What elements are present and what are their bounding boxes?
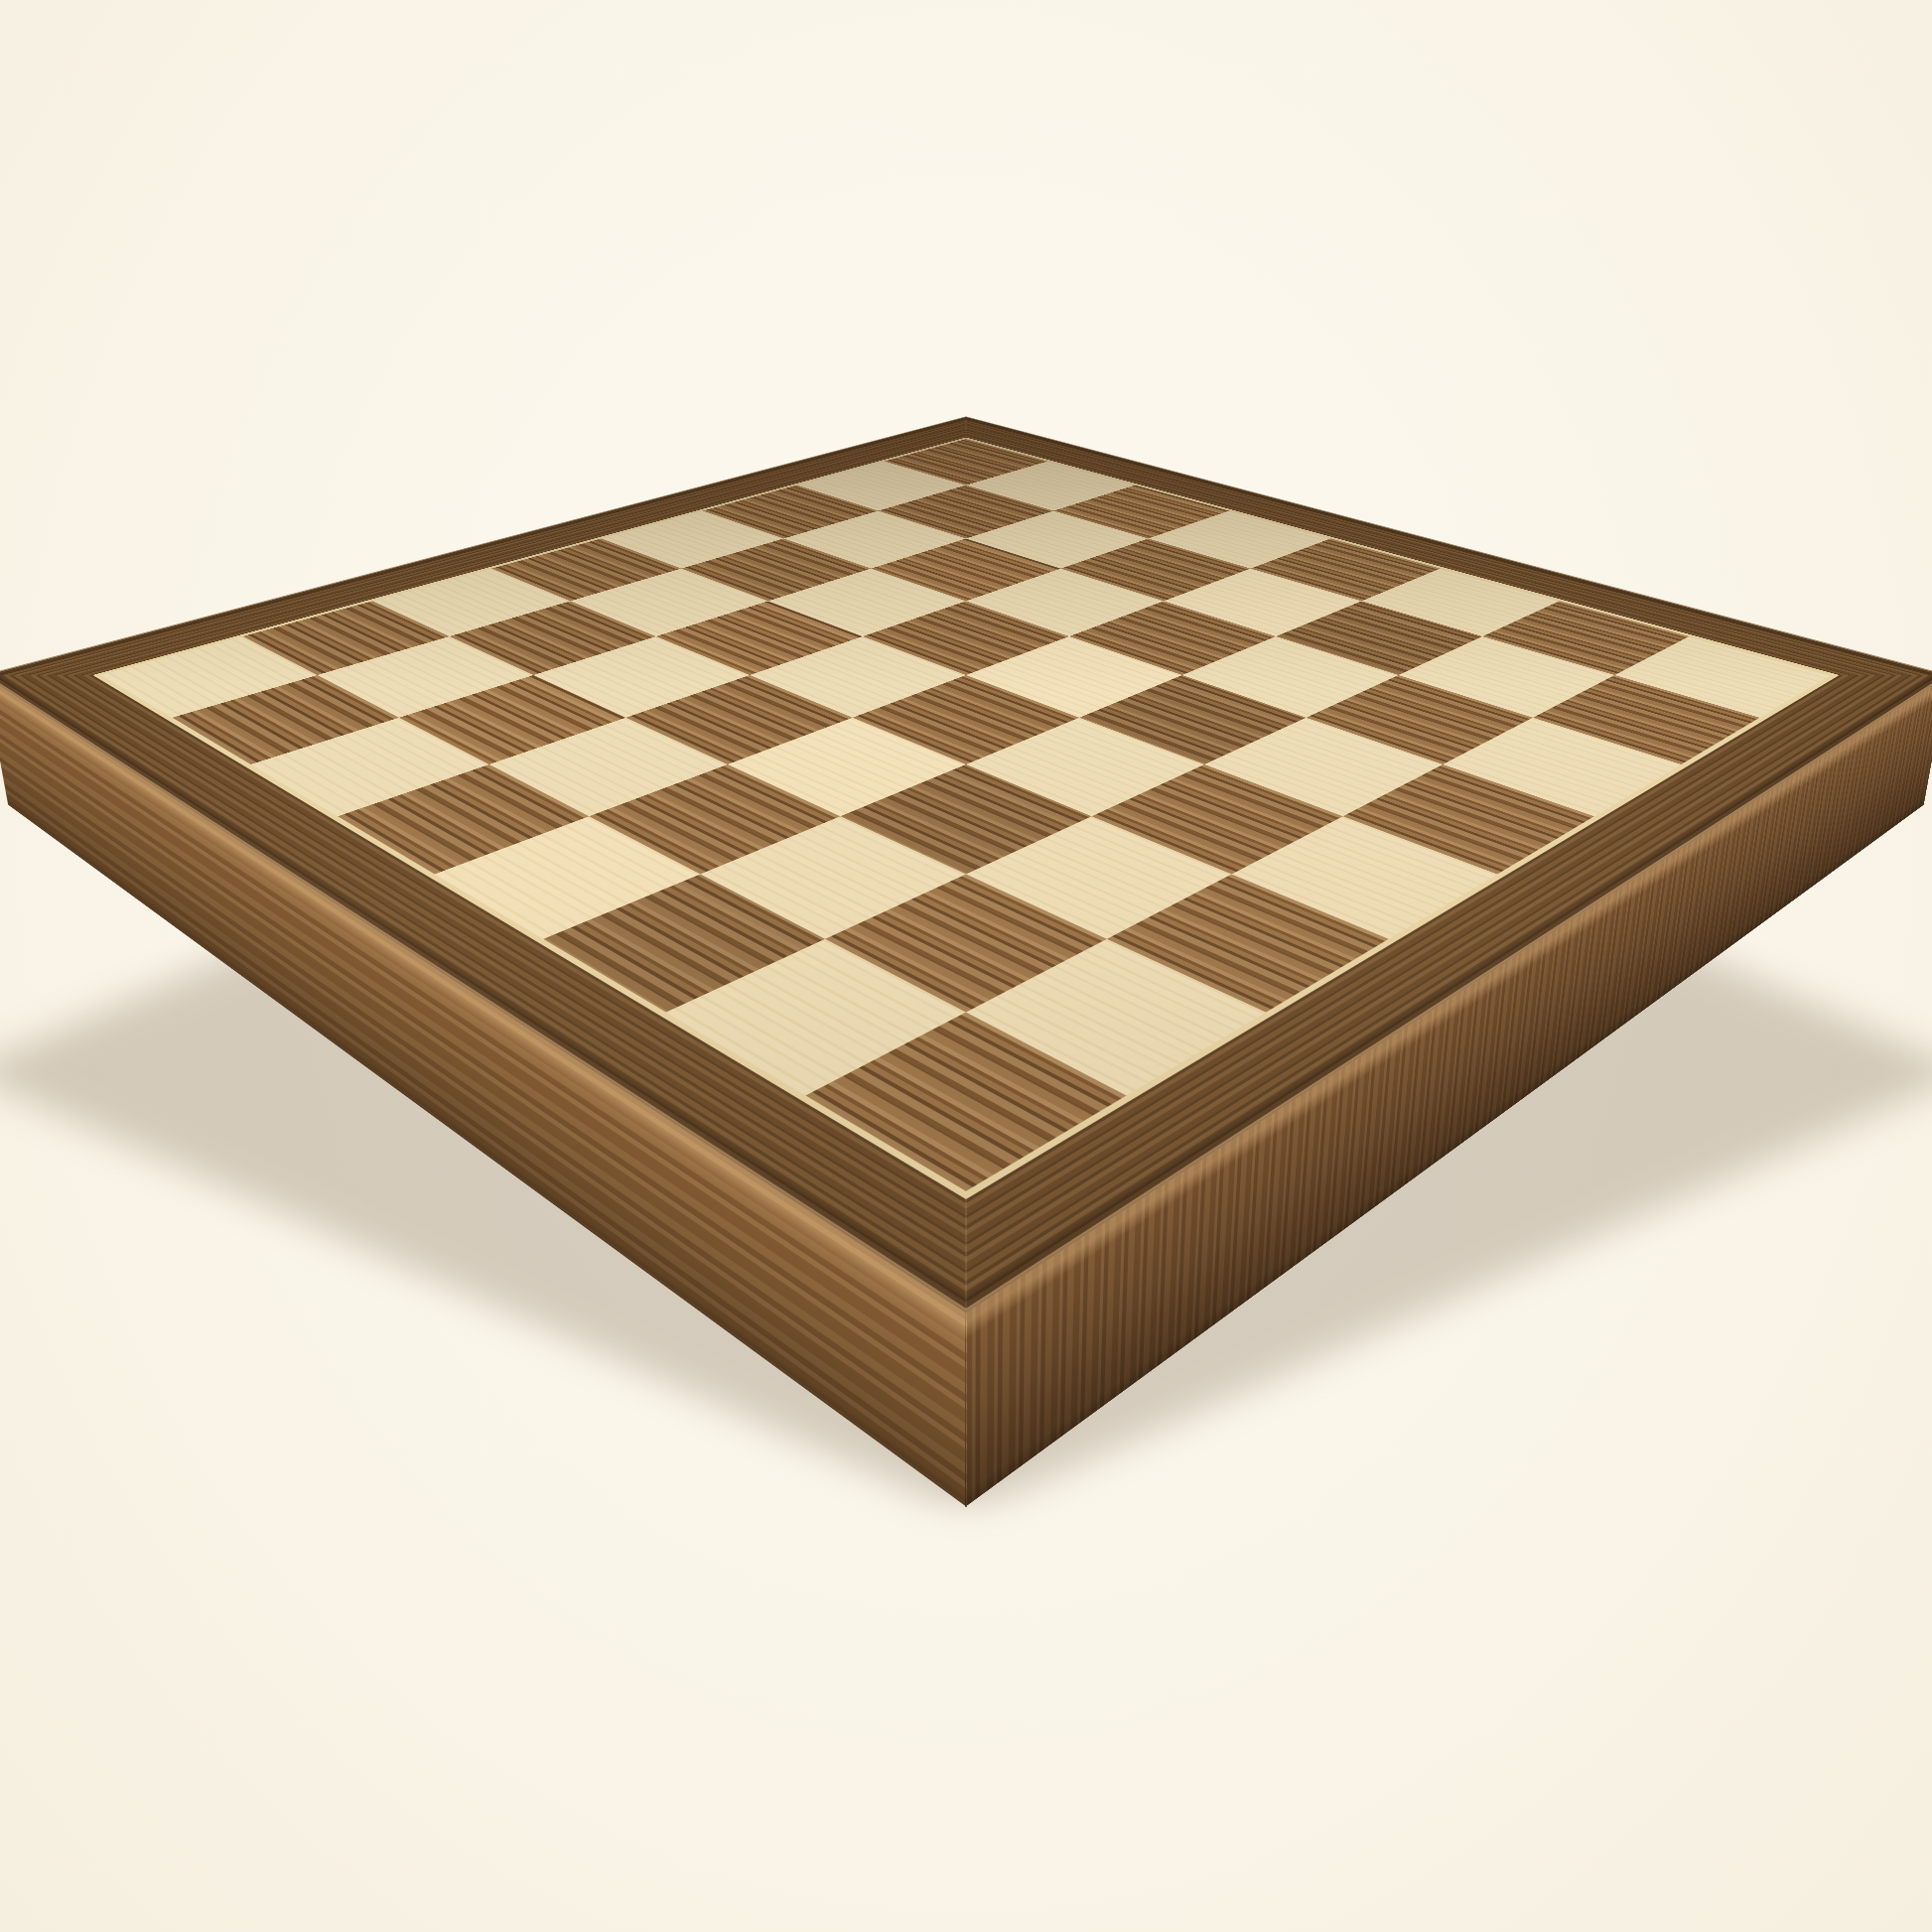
board-top-surface [0,416,1932,1312]
maple-light-square [435,816,701,939]
maple-light-square [966,816,1232,939]
walnut-dark-square [338,764,589,875]
walnut-dark-square [1533,675,1759,764]
walnut-dark-square [1343,764,1594,875]
walnut-dark-square [173,675,399,764]
walnut-dark-square [1307,675,1533,764]
walnut-dark-square [543,874,825,1012]
walnut-dark-square [399,675,625,764]
maple-light-square [700,816,966,939]
walnut-dark-square [825,874,1107,1012]
walnut-frame-near-edge [0,655,1057,1313]
maple-light-square [1443,718,1681,816]
walnut-dark-square [1079,675,1306,764]
maple-light-square [489,718,728,816]
maple-light-square [1204,718,1443,816]
walnut-dark-square [806,1013,1127,1191]
chessboard [0,416,1932,1312]
maple-light-square [728,718,966,816]
walnut-dark-square [1107,874,1389,1012]
maple-light-square [1232,816,1498,939]
walnut-dark-square [853,675,1079,764]
perspective-stage [0,0,1932,1932]
walnut-dark-square [625,675,852,764]
maple-light-square [966,939,1266,1096]
maple-light-square [966,718,1204,816]
maple-light-square [251,718,489,816]
walnut-dark-square [589,764,840,875]
playing-field [101,439,1831,1191]
walnut-frame-right-edge [875,655,1932,1313]
maple-light-square [666,939,966,1096]
scene-background [0,0,1932,1932]
walnut-dark-square [840,764,1091,875]
walnut-dark-square [1092,764,1343,875]
